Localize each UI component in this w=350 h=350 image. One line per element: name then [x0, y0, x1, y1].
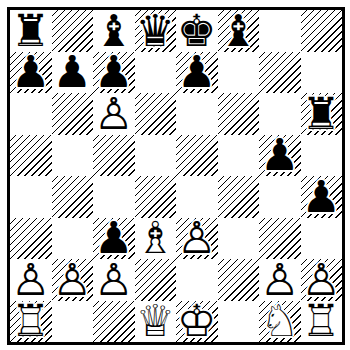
piece-glyph: ♟	[176, 52, 218, 94]
square-f3[interactable]	[218, 218, 260, 260]
square-h4[interactable]: ♟♟	[301, 176, 343, 218]
piece-white-king: ♚♔	[176, 301, 218, 343]
piece-glyph: ♟	[93, 218, 135, 260]
piece-black-pawn: ♟♟	[10, 52, 52, 94]
square-f2[interactable]	[218, 259, 260, 301]
piece-glyph: ♙	[176, 218, 218, 260]
piece-black-pawn: ♟♟	[301, 176, 343, 218]
square-d5[interactable]	[135, 135, 177, 177]
square-h8[interactable]	[301, 10, 343, 52]
piece-glyph: ♟	[301, 176, 343, 218]
square-b6[interactable]	[52, 93, 94, 135]
square-g5[interactable]: ♟♟	[259, 135, 301, 177]
square-b3[interactable]	[52, 218, 94, 260]
square-g8[interactable]	[259, 10, 301, 52]
square-f8[interactable]: ♝♝	[218, 10, 260, 52]
square-b7[interactable]: ♟♟	[52, 52, 94, 94]
piece-glyph: ♟	[93, 52, 135, 94]
square-h6[interactable]: ♜♜	[301, 93, 343, 135]
square-g1[interactable]: ♞♘	[259, 301, 301, 343]
piece-glyph: ♖	[301, 301, 343, 343]
piece-white-pawn: ♟♙	[93, 259, 135, 301]
piece-black-pawn: ♟♟	[259, 135, 301, 177]
square-g7[interactable]	[259, 52, 301, 94]
piece-glyph: ♟	[10, 52, 52, 94]
piece-glyph: ♜	[301, 93, 343, 135]
square-f4[interactable]	[218, 176, 260, 218]
square-a7[interactable]: ♟♟	[10, 52, 52, 94]
square-a4[interactable]	[10, 176, 52, 218]
square-b1[interactable]	[52, 301, 94, 343]
square-d7[interactable]	[135, 52, 177, 94]
square-e7[interactable]: ♟♟	[176, 52, 218, 94]
piece-white-pawn: ♟♙	[52, 259, 94, 301]
square-d3[interactable]: ♝♗	[135, 218, 177, 260]
square-c5[interactable]	[93, 135, 135, 177]
square-g3[interactable]	[259, 218, 301, 260]
square-b2[interactable]: ♟♙	[52, 259, 94, 301]
square-e3[interactable]: ♟♙	[176, 218, 218, 260]
square-e6[interactable]	[176, 93, 218, 135]
piece-glyph: ♔	[176, 301, 218, 343]
square-c3[interactable]: ♟♟	[93, 218, 135, 260]
square-a3[interactable]	[10, 218, 52, 260]
square-d6[interactable]	[135, 93, 177, 135]
piece-white-queen: ♛♕	[135, 301, 177, 343]
piece-glyph: ♙	[93, 259, 135, 301]
square-b4[interactable]	[52, 176, 94, 218]
piece-black-pawn: ♟♟	[93, 52, 135, 94]
piece-black-bishop: ♝♝	[218, 10, 260, 52]
piece-black-pawn: ♟♟	[93, 218, 135, 260]
square-e5[interactable]	[176, 135, 218, 177]
square-a1[interactable]: ♜♖	[10, 301, 52, 343]
piece-glyph: ♘	[259, 301, 301, 343]
piece-white-bishop: ♝♗	[135, 218, 177, 260]
chess-board: ♜♜♝♝♛♛♚♚♝♝♟♟♟♟♟♟♟♟♟♙♜♜♟♟♟♟♟♟♝♗♟♙♟♙♟♙♟♙♟♙…	[7, 7, 345, 345]
square-c7[interactable]: ♟♟	[93, 52, 135, 94]
piece-glyph: ♛	[135, 10, 177, 52]
piece-black-queen: ♛♛	[135, 10, 177, 52]
piece-glyph: ♖	[10, 301, 52, 343]
piece-white-pawn: ♟♙	[176, 218, 218, 260]
square-h5[interactable]	[301, 135, 343, 177]
square-d8[interactable]: ♛♛	[135, 10, 177, 52]
square-d1[interactable]: ♛♕	[135, 301, 177, 343]
square-a6[interactable]	[10, 93, 52, 135]
square-h1[interactable]: ♜♖	[301, 301, 343, 343]
piece-glyph: ♟	[259, 135, 301, 177]
square-g4[interactable]	[259, 176, 301, 218]
square-f5[interactable]	[218, 135, 260, 177]
piece-white-pawn: ♟♙	[93, 93, 135, 135]
piece-glyph: ♝	[218, 10, 260, 52]
piece-glyph: ♟	[52, 52, 94, 94]
piece-glyph: ♕	[135, 301, 177, 343]
square-f7[interactable]	[218, 52, 260, 94]
piece-black-pawn: ♟♟	[52, 52, 94, 94]
piece-white-rook: ♜♖	[10, 301, 52, 343]
square-h3[interactable]	[301, 218, 343, 260]
piece-glyph: ♙	[52, 259, 94, 301]
square-e1[interactable]: ♚♔	[176, 301, 218, 343]
square-h7[interactable]	[301, 52, 343, 94]
square-f6[interactable]	[218, 93, 260, 135]
square-c6[interactable]: ♟♙	[93, 93, 135, 135]
piece-white-rook: ♜♖	[301, 301, 343, 343]
square-c2[interactable]: ♟♙	[93, 259, 135, 301]
piece-glyph: ♙	[93, 93, 135, 135]
square-a5[interactable]	[10, 135, 52, 177]
square-f1[interactable]	[218, 301, 260, 343]
square-b5[interactable]	[52, 135, 94, 177]
piece-glyph: ♗	[135, 218, 177, 260]
piece-black-rook: ♜♜	[301, 93, 343, 135]
square-c1[interactable]	[93, 301, 135, 343]
piece-white-knight: ♞♘	[259, 301, 301, 343]
piece-black-pawn: ♟♟	[176, 52, 218, 94]
